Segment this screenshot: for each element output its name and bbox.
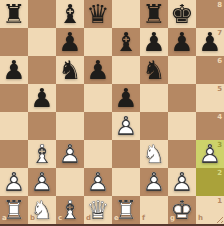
coord-file-b: b <box>30 215 35 222</box>
square-a1[interactable]: ♜♖a <box>0 196 28 224</box>
piece-black-knight[interactable]: ♞ <box>56 56 84 84</box>
piece-black-pawn[interactable]: ♟ <box>140 28 168 56</box>
piece-black-queen[interactable]: ♛ <box>84 0 112 28</box>
coord-rank-4: 4 <box>217 114 222 121</box>
piece-white-pawn[interactable]: ♟♙ <box>140 168 168 196</box>
coord-rank-6: 6 <box>217 58 222 65</box>
square-f2[interactable]: ♟♙ <box>140 168 168 196</box>
square-h7[interactable]: ♟7 <box>196 28 224 56</box>
square-g6[interactable] <box>168 56 196 84</box>
piece-black-pawn[interactable]: ♟ <box>0 56 28 84</box>
square-f7[interactable]: ♟ <box>140 28 168 56</box>
square-a5[interactable] <box>0 84 28 112</box>
square-g8[interactable]: ♚ <box>168 0 196 28</box>
piece-white-pawn[interactable]: ♟♙ <box>0 168 28 196</box>
square-f8[interactable]: ♜ <box>140 0 168 28</box>
square-b6[interactable] <box>28 56 56 84</box>
coord-rank-7: 7 <box>217 30 222 37</box>
square-h5[interactable]: 5 <box>196 84 224 112</box>
square-b7[interactable] <box>28 28 56 56</box>
coord-rank-2: 2 <box>217 170 222 177</box>
coord-file-a: a <box>2 215 7 222</box>
piece-black-pawn[interactable]: ♟ <box>56 28 84 56</box>
square-d2[interactable]: ♟♙ <box>84 168 112 196</box>
square-d5[interactable] <box>84 84 112 112</box>
square-b1[interactable]: ♞♘b <box>28 196 56 224</box>
coord-rank-3: 3 <box>217 142 222 149</box>
square-a7[interactable] <box>0 28 28 56</box>
chess-board-container: ♜♝♛♜♚8♟♝♟♟♟7♟♞♟♞6♟♟5♟♙4♝♗♟♙♞♘♟♙3♟♙♟♙♟♙♟♙… <box>0 0 224 226</box>
square-h8[interactable]: 8 <box>196 0 224 28</box>
piece-black-rook[interactable]: ♜ <box>140 0 168 28</box>
square-b5[interactable]: ♟ <box>28 84 56 112</box>
square-a6[interactable]: ♟ <box>0 56 28 84</box>
square-c6[interactable]: ♞ <box>56 56 84 84</box>
square-c3[interactable]: ♟♙ <box>56 140 84 168</box>
square-b3[interactable]: ♝♗ <box>28 140 56 168</box>
piece-black-bishop[interactable]: ♝ <box>56 0 84 28</box>
square-d4[interactable] <box>84 112 112 140</box>
coord-file-c: c <box>58 215 62 222</box>
coord-file-d: d <box>86 215 91 222</box>
square-g3[interactable] <box>168 140 196 168</box>
piece-white-bishop[interactable]: ♝♗ <box>28 140 56 168</box>
square-a2[interactable]: ♟♙ <box>0 168 28 196</box>
square-h4[interactable]: 4 <box>196 112 224 140</box>
square-f5[interactable] <box>140 84 168 112</box>
square-c5[interactable] <box>56 84 84 112</box>
piece-black-bishop[interactable]: ♝ <box>112 28 140 56</box>
square-g7[interactable]: ♟ <box>168 28 196 56</box>
square-c2[interactable] <box>56 168 84 196</box>
piece-white-knight[interactable]: ♞♘ <box>140 140 168 168</box>
square-g5[interactable] <box>168 84 196 112</box>
square-h1[interactable]: 1h <box>196 196 224 224</box>
piece-black-pawn[interactable]: ♟ <box>168 28 196 56</box>
square-b8[interactable] <box>28 0 56 28</box>
square-f6[interactable]: ♞ <box>140 56 168 84</box>
coord-file-e: e <box>114 215 119 222</box>
piece-black-pawn[interactable]: ♟ <box>112 84 140 112</box>
square-d7[interactable] <box>84 28 112 56</box>
bottom-edge-divider <box>0 224 224 226</box>
square-e1[interactable]: ♜♖e <box>112 196 140 224</box>
chess-board: ♜♝♛♜♚8♟♝♟♟♟7♟♞♟♞6♟♟5♟♙4♝♗♟♙♞♘♟♙3♟♙♟♙♟♙♟♙… <box>0 0 224 224</box>
square-e7[interactable]: ♝ <box>112 28 140 56</box>
square-h3[interactable]: ♟♙3 <box>196 140 224 168</box>
square-b4[interactable] <box>28 112 56 140</box>
square-a4[interactable] <box>0 112 28 140</box>
square-a8[interactable]: ♜ <box>0 0 28 28</box>
piece-white-pawn[interactable]: ♟♙ <box>168 168 196 196</box>
square-g1[interactable]: ♚♔g <box>168 196 196 224</box>
square-b2[interactable]: ♟♙ <box>28 168 56 196</box>
piece-black-pawn[interactable]: ♟ <box>28 84 56 112</box>
square-h6[interactable]: 6 <box>196 56 224 84</box>
piece-white-pawn[interactable]: ♟♙ <box>28 168 56 196</box>
coord-file-f: f <box>142 215 145 222</box>
square-e3[interactable] <box>112 140 140 168</box>
piece-white-pawn[interactable]: ♟♙ <box>84 168 112 196</box>
square-f1[interactable]: f <box>140 196 168 224</box>
square-g4[interactable] <box>168 112 196 140</box>
square-c1[interactable]: ♝♗c <box>56 196 84 224</box>
piece-black-knight[interactable]: ♞ <box>140 56 168 84</box>
square-h2[interactable]: 2 <box>196 168 224 196</box>
coord-file-h: h <box>198 215 203 222</box>
piece-white-pawn[interactable]: ♟♙ <box>56 140 84 168</box>
piece-black-king[interactable]: ♚ <box>168 0 196 28</box>
coord-rank-8: 8 <box>217 2 222 9</box>
square-g2[interactable]: ♟♙ <box>168 168 196 196</box>
square-c7[interactable]: ♟ <box>56 28 84 56</box>
resize-handle-icon[interactable] <box>214 214 223 223</box>
square-c4[interactable] <box>56 112 84 140</box>
square-d1[interactable]: ♛♕d <box>84 196 112 224</box>
square-e6[interactable] <box>112 56 140 84</box>
square-e5[interactable]: ♟ <box>112 84 140 112</box>
coord-file-g: g <box>170 215 175 222</box>
square-d3[interactable] <box>84 140 112 168</box>
coord-rank-5: 5 <box>217 86 222 93</box>
square-f4[interactable] <box>140 112 168 140</box>
coord-rank-1: 1 <box>217 198 222 205</box>
square-f3[interactable]: ♞♘ <box>140 140 168 168</box>
square-e4[interactable]: ♟♙ <box>112 112 140 140</box>
piece-white-pawn[interactable]: ♟♙ <box>112 112 140 140</box>
piece-black-rook[interactable]: ♜ <box>0 0 28 28</box>
square-d8[interactable]: ♛ <box>84 0 112 28</box>
piece-black-pawn[interactable]: ♟ <box>84 56 112 84</box>
square-d6[interactable]: ♟ <box>84 56 112 84</box>
square-c8[interactable]: ♝ <box>56 0 84 28</box>
square-e2[interactable] <box>112 168 140 196</box>
square-a3[interactable] <box>0 140 28 168</box>
square-e8[interactable] <box>112 0 140 28</box>
